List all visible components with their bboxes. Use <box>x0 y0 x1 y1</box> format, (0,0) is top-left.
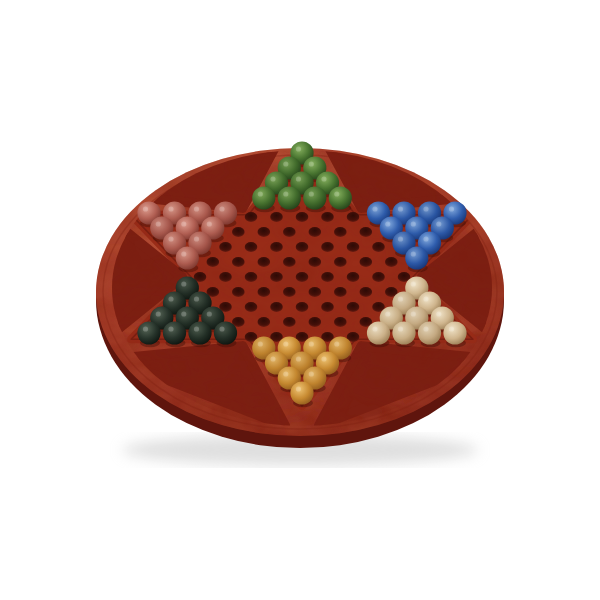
hole-r6-c7[interactable] <box>309 227 322 237</box>
hole-r8-c7[interactable] <box>334 257 347 267</box>
marble-black-r13-c4[interactable] <box>214 321 237 347</box>
marble-natural-r13-c13[interactable] <box>443 321 466 347</box>
marble-natural-r13-c11[interactable] <box>392 321 415 347</box>
hole-r7-c6[interactable] <box>296 242 309 252</box>
hole-r5-c9[interactable] <box>347 212 360 222</box>
hole-r7-c4[interactable] <box>245 242 258 252</box>
hole-r10-c5[interactable] <box>283 287 296 297</box>
marble-yellow-r17-c1[interactable] <box>290 381 313 407</box>
hole-r11-c5[interactable] <box>270 302 283 312</box>
hole-r9-c2[interactable] <box>219 272 232 282</box>
hole-r5-c6[interactable] <box>270 212 283 222</box>
hole-r8-c8[interactable] <box>360 257 373 267</box>
marble-green-r4-c2[interactable] <box>278 186 301 212</box>
marble-red-r8-c1[interactable] <box>176 246 199 272</box>
hole-r10-c8[interactable] <box>360 287 373 297</box>
hole-r8-c2[interactable] <box>207 257 220 267</box>
hole-r10-c4[interactable] <box>258 287 271 297</box>
hole-r8-c6[interactable] <box>309 257 322 267</box>
hole-r6-c9[interactable] <box>360 227 373 237</box>
marble-green-r4-c3[interactable] <box>303 186 326 212</box>
hole-r11-c6[interactable] <box>296 302 309 312</box>
hole-r7-c8[interactable] <box>347 242 360 252</box>
hole-r9-c8[interactable] <box>372 272 385 282</box>
hole-r12-c8[interactable] <box>334 317 347 327</box>
hole-r7-c5[interactable] <box>270 242 283 252</box>
hole-r6-c5[interactable] <box>258 227 271 237</box>
marble-green-r4-c1[interactable] <box>252 186 275 212</box>
hole-r7-c3[interactable] <box>219 242 232 252</box>
hole-r11-c4[interactable] <box>245 302 258 312</box>
hole-r10-c7[interactable] <box>334 287 347 297</box>
hole-r11-c8[interactable] <box>347 302 360 312</box>
hole-r8-c4[interactable] <box>258 257 271 267</box>
marble-black-r13-c2[interactable] <box>163 321 186 347</box>
hole-r11-c7[interactable] <box>321 302 334 312</box>
hole-r5-c7[interactable] <box>296 212 309 222</box>
marble-natural-r13-c10[interactable] <box>367 321 390 347</box>
hole-r10-c6[interactable] <box>309 287 322 297</box>
hole-r12-c7[interactable] <box>309 317 322 327</box>
hole-r8-c5[interactable] <box>283 257 296 267</box>
hole-r5-c5[interactable] <box>245 212 258 222</box>
marble-natural-r13-c12[interactable] <box>418 321 441 347</box>
hole-r5-c8[interactable] <box>321 212 334 222</box>
hole-r9-c6[interactable] <box>321 272 334 282</box>
hole-r9-c7[interactable] <box>347 272 360 282</box>
hole-r8-c9[interactable] <box>385 257 398 267</box>
product-photo-stage <box>0 0 600 600</box>
hole-r9-c5[interactable] <box>296 272 309 282</box>
hole-r8-c3[interactable] <box>232 257 245 267</box>
marble-blue-r8-c10[interactable] <box>405 246 428 272</box>
hole-r9-c4[interactable] <box>270 272 283 282</box>
hole-r7-c9[interactable] <box>372 242 385 252</box>
hole-r10-c3[interactable] <box>232 287 245 297</box>
chinese-checkers-board[interactable] <box>0 0 600 600</box>
hole-r6-c8[interactable] <box>334 227 347 237</box>
marble-green-r4-c4[interactable] <box>329 186 352 212</box>
hole-r6-c6[interactable] <box>283 227 296 237</box>
marble-black-r13-c3[interactable] <box>188 321 211 347</box>
hole-r6-c4[interactable] <box>232 227 245 237</box>
hole-r12-c6[interactable] <box>283 317 296 327</box>
hole-r12-c5[interactable] <box>258 317 271 327</box>
hole-r9-c3[interactable] <box>245 272 258 282</box>
hole-r7-c7[interactable] <box>321 242 334 252</box>
marble-black-r13-c1[interactable] <box>137 321 160 347</box>
